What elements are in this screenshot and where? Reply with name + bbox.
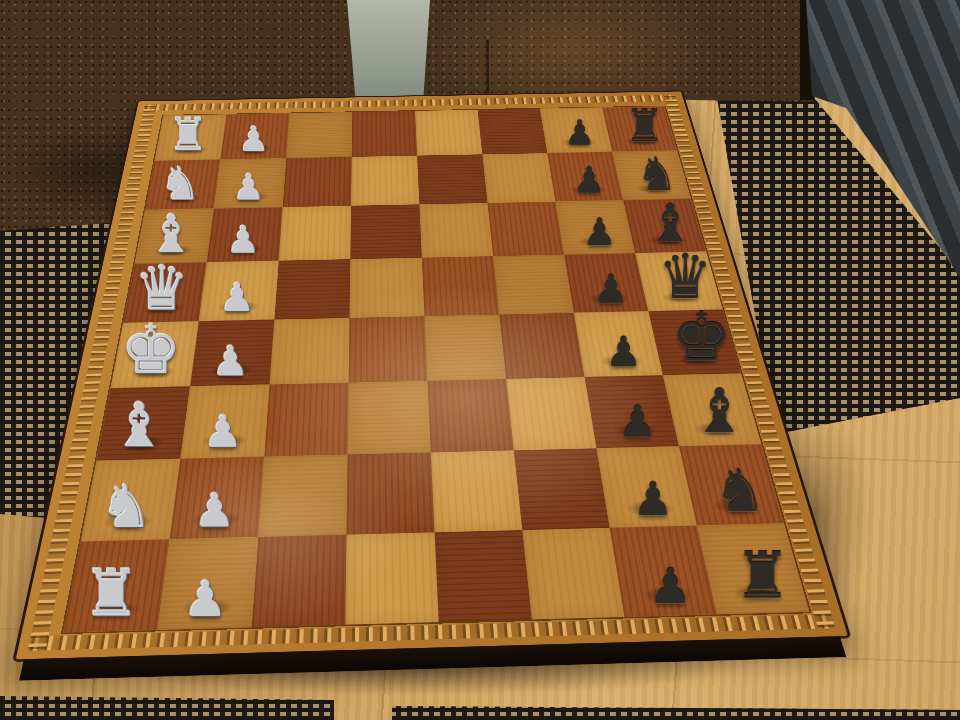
square[interactable]: ♝ (96, 386, 190, 460)
black-pawn[interactable]: ♟ (583, 214, 617, 251)
square[interactable] (274, 259, 350, 319)
square[interactable]: ♟ (158, 537, 259, 630)
square[interactable] (422, 256, 500, 316)
square[interactable] (415, 110, 482, 156)
square[interactable] (482, 153, 555, 203)
photo-scene: ♜♟♟♜♞♟♟♞♝♟♟♝♛♟♟♛♚♟♟♚♝♟♟♝♞♟♟♞♜♟♟♜ (0, 0, 960, 720)
square[interactable] (279, 206, 351, 261)
square[interactable]: ♞ (81, 459, 181, 542)
square[interactable] (522, 528, 624, 620)
white-rook[interactable]: ♜ (168, 112, 209, 157)
square[interactable] (286, 112, 352, 158)
white-pawn[interactable]: ♟ (232, 169, 264, 205)
white-pawn[interactable]: ♟ (238, 122, 269, 156)
square[interactable]: ♟ (214, 158, 286, 208)
white-king[interactable]: ♚ (120, 316, 181, 384)
white-pawn[interactable]: ♟ (183, 575, 227, 624)
black-pawn[interactable]: ♟ (564, 116, 595, 150)
white-pawn[interactable]: ♟ (203, 410, 242, 454)
square[interactable]: ♝ (663, 373, 761, 446)
square[interactable]: ♟ (207, 207, 283, 262)
square[interactable] (352, 111, 417, 157)
black-knight[interactable]: ♞ (636, 151, 677, 197)
white-pawn[interactable]: ♟ (212, 341, 249, 383)
black-pawn[interactable]: ♟ (632, 477, 673, 523)
square[interactable]: ♚ (648, 310, 741, 376)
white-rook[interactable]: ♜ (82, 561, 140, 626)
white-knight[interactable]: ♞ (159, 161, 200, 207)
square[interactable] (351, 156, 419, 206)
black-pawn[interactable]: ♟ (618, 400, 657, 443)
square[interactable]: ♜ (63, 539, 169, 632)
square[interactable] (348, 381, 431, 455)
square[interactable]: ♟ (564, 253, 648, 313)
square[interactable] (425, 315, 507, 381)
square[interactable]: ♟ (540, 107, 612, 153)
square[interactable]: ♟ (220, 113, 289, 159)
square[interactable] (478, 109, 548, 155)
square[interactable]: ♟ (555, 200, 635, 254)
square[interactable] (264, 383, 348, 457)
black-king[interactable]: ♚ (671, 304, 732, 372)
square[interactable] (258, 455, 347, 537)
square[interactable]: ♟ (190, 320, 274, 387)
white-knight[interactable]: ♞ (99, 477, 152, 536)
black-rook[interactable]: ♜ (733, 544, 791, 608)
square[interactable]: ♚ (111, 321, 199, 388)
square[interactable] (347, 452, 435, 534)
square[interactable] (506, 377, 596, 450)
square[interactable] (428, 379, 514, 452)
square[interactable]: ♟ (199, 261, 279, 322)
white-pawn[interactable]: ♟ (194, 488, 236, 534)
black-knight[interactable]: ♞ (713, 462, 766, 521)
square[interactable] (349, 316, 428, 382)
square[interactable]: ♟ (170, 457, 265, 540)
square[interactable] (283, 157, 352, 207)
square[interactable] (493, 255, 574, 315)
wall-gap (347, 0, 430, 98)
white-bishop[interactable]: ♝ (112, 395, 167, 456)
square[interactable]: ♟ (574, 311, 663, 377)
square[interactable] (419, 203, 493, 258)
square[interactable] (252, 535, 347, 628)
square[interactable] (499, 313, 584, 379)
square[interactable] (488, 202, 565, 257)
square[interactable]: ♟ (180, 385, 269, 459)
white-pawn[interactable]: ♟ (219, 278, 254, 317)
square[interactable] (435, 530, 532, 622)
square[interactable]: ♜ (155, 114, 227, 160)
square[interactable] (269, 318, 349, 385)
black-pawn[interactable]: ♟ (573, 163, 605, 199)
square[interactable] (431, 450, 522, 532)
black-pawn[interactable]: ♟ (593, 270, 628, 309)
square[interactable] (514, 448, 610, 530)
square[interactable] (417, 154, 487, 204)
square[interactable]: ♟ (547, 152, 623, 202)
black-pawn[interactable]: ♟ (605, 332, 642, 373)
black-rook[interactable]: ♜ (624, 104, 664, 149)
square[interactable]: ♜ (602, 106, 677, 152)
square[interactable] (345, 532, 438, 624)
black-pawn[interactable]: ♟ (648, 562, 692, 611)
white-pawn[interactable]: ♟ (226, 221, 260, 259)
square[interactable] (350, 204, 422, 259)
square[interactable] (350, 258, 425, 318)
black-bishop[interactable]: ♝ (692, 381, 747, 442)
